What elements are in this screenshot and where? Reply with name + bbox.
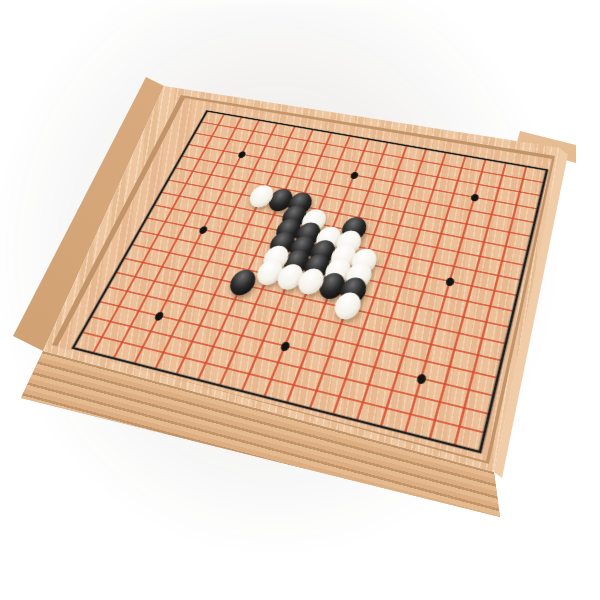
product-photo-stage	[0, 0, 600, 600]
